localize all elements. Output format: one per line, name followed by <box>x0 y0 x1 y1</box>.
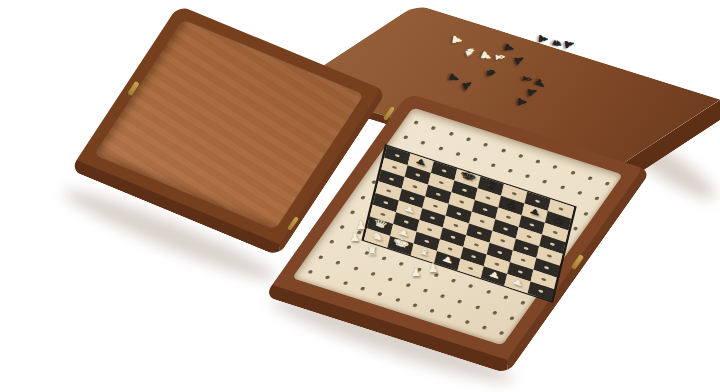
peg-hole <box>447 314 453 318</box>
peg-hole <box>492 310 498 314</box>
peg-hole <box>472 158 478 162</box>
peg-hole <box>468 284 474 288</box>
peg-hole <box>541 278 546 282</box>
peg-hole <box>407 208 412 212</box>
peg-hole <box>420 141 426 145</box>
peg-hole <box>353 266 359 270</box>
lid-interior-tray <box>94 20 364 230</box>
peg-hole <box>409 197 414 201</box>
peg-hole <box>497 251 502 255</box>
peg-hole <box>577 191 583 195</box>
peg-hole <box>555 219 560 223</box>
peg-hole <box>464 320 470 324</box>
peg-hole <box>465 177 470 181</box>
peg-hole <box>509 204 514 208</box>
peg-hole <box>445 259 450 263</box>
peg-hole <box>441 169 446 173</box>
peg-hole <box>559 185 565 189</box>
peg-hole <box>475 305 481 309</box>
peg-hole <box>398 262 404 266</box>
peg-hole <box>558 207 563 211</box>
peg-hole <box>538 289 543 293</box>
product-photo-scene: ♟♞♟♝♟♞♟♟♟♝♟♟♟♟♟♞ ♟♚♝♟♟♟♟♛♟♞♚♝♟♟♟ ♟♟♜♟♟ <box>0 0 720 392</box>
peg-hole <box>448 132 454 136</box>
peg-hole <box>570 170 576 174</box>
peg-hole <box>605 182 611 186</box>
peg-hole <box>448 247 453 251</box>
peg-hole <box>480 219 485 223</box>
peg-hole <box>339 225 345 229</box>
peg-hole <box>494 262 499 266</box>
peg-hole <box>422 288 428 292</box>
peg-hole <box>506 215 511 219</box>
peg-hole <box>485 196 490 200</box>
peg-hole <box>573 226 579 230</box>
peg-hole <box>457 299 463 303</box>
peg-hole <box>474 243 479 247</box>
peg-hole <box>532 211 537 215</box>
peg-hole <box>394 298 400 302</box>
peg-hole <box>535 199 540 203</box>
peg-hole <box>436 192 441 196</box>
peg-hole <box>439 181 444 185</box>
wood-grain <box>94 20 364 230</box>
peg-hole <box>512 192 517 196</box>
peg-hole <box>524 174 530 178</box>
peg-hole <box>481 325 487 329</box>
peg-hole <box>491 274 496 278</box>
peg-hole <box>418 161 423 165</box>
peg-hole <box>587 176 593 180</box>
peg-hole <box>424 239 429 243</box>
peg-hole <box>430 216 435 220</box>
peg-hole <box>468 266 473 270</box>
peg-hole <box>398 244 403 248</box>
peg-hole <box>389 177 394 181</box>
peg-hole <box>500 239 505 243</box>
peg-hole <box>350 210 356 214</box>
peg-hole <box>403 135 409 139</box>
peg-hole <box>392 165 397 169</box>
peg-hole <box>427 228 432 232</box>
peg-hole <box>381 257 387 261</box>
peg-hole <box>477 231 482 235</box>
peg-hole <box>440 294 446 298</box>
peg-hole <box>553 231 558 235</box>
peg-hole <box>412 185 417 189</box>
peg-hole <box>363 251 369 255</box>
peg-hole <box>380 212 385 216</box>
peg-hole <box>552 165 558 169</box>
peg-hole <box>485 290 491 294</box>
peg-hole <box>377 224 382 228</box>
peg-hole <box>507 169 513 173</box>
peg-hole <box>433 204 438 208</box>
peg-hole <box>431 126 437 130</box>
peg-hole <box>518 154 524 158</box>
peg-hole <box>482 208 487 212</box>
peg-hole <box>535 159 541 163</box>
peg-hole <box>547 254 552 258</box>
peg-hole <box>375 236 380 240</box>
peg-hole <box>526 235 531 239</box>
peg-hole <box>416 268 422 272</box>
peg-hole <box>328 240 334 244</box>
peg-hole <box>421 251 426 255</box>
peg-hole <box>500 148 506 152</box>
peg-hole <box>401 232 406 236</box>
peg-hole <box>520 301 526 305</box>
peg-hole <box>429 309 435 313</box>
peg-hole <box>383 201 388 205</box>
peg-hole <box>377 292 383 296</box>
peg-hole <box>404 220 409 224</box>
peg-hole <box>388 277 394 281</box>
peg-hole <box>318 255 324 259</box>
peg-hole <box>542 180 548 184</box>
peg-hole <box>465 137 471 141</box>
peg-hole <box>437 146 443 150</box>
peg-hole <box>583 211 589 215</box>
peg-hole <box>515 282 520 286</box>
peg-hole <box>325 275 331 279</box>
peg-hole <box>335 260 341 264</box>
peg-hole <box>395 154 400 158</box>
peg-hole <box>455 152 461 156</box>
peg-hole <box>453 224 458 228</box>
peg-hole <box>483 143 489 147</box>
peg-hole <box>456 212 461 216</box>
peg-hole <box>503 295 509 299</box>
peg-hole <box>523 246 528 250</box>
peg-hole <box>529 223 534 227</box>
peg-hole <box>413 120 419 124</box>
peg-hole <box>550 242 555 246</box>
peg-hole <box>594 197 600 201</box>
peg-hole <box>471 255 476 259</box>
peg-hole <box>386 189 391 193</box>
peg-hole <box>509 316 515 320</box>
peg-hole <box>342 281 348 285</box>
peg-hole <box>462 188 467 192</box>
peg-hole <box>412 303 418 307</box>
peg-hole <box>450 235 455 239</box>
peg-hole <box>360 195 366 199</box>
peg-hole <box>488 184 493 188</box>
peg-hole <box>499 331 505 335</box>
peg-hole <box>307 270 313 274</box>
peg-hole <box>360 286 366 290</box>
peg-hole <box>346 245 352 249</box>
peg-hole <box>544 266 549 270</box>
peg-hole <box>490 163 496 167</box>
peg-hole <box>405 283 411 287</box>
peg-hole <box>433 273 439 277</box>
peg-hole <box>503 227 508 231</box>
loose-piece-black-pawn: ♟ <box>562 38 576 51</box>
peg-hole <box>415 173 420 177</box>
peg-hole <box>370 271 376 275</box>
peg-hole <box>518 270 523 274</box>
peg-hole <box>521 258 526 262</box>
peg-hole <box>450 279 456 283</box>
peg-hole <box>459 200 464 204</box>
